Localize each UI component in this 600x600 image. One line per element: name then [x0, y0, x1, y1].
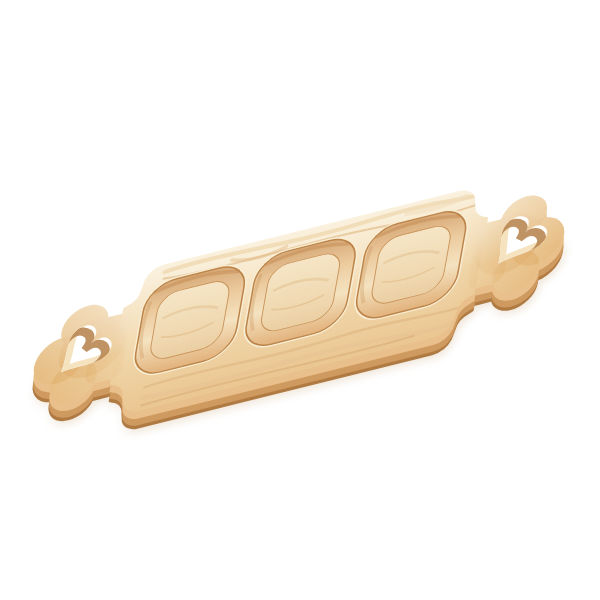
- tray: [16, 160, 581, 463]
- product-photo: [0, 0, 600, 600]
- tray-illustration: [0, 0, 600, 600]
